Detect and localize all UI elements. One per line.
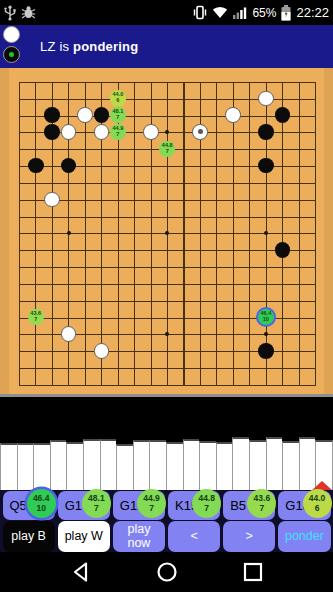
- candidate-label-G17[interactable]: 48.17: [110, 107, 126, 123]
- app-screen: 65% 22:22 LZ is pondering 46.41048.1744.…: [0, 0, 333, 592]
- white-stone-F16[interactable]: [94, 124, 110, 140]
- winrate-bar-13[interactable]: [199, 441, 216, 490]
- recents-button[interactable]: [242, 561, 264, 583]
- winrate-bar-8[interactable]: [116, 444, 133, 491]
- winrate-bar-4[interactable]: [50, 440, 67, 490]
- candidate-value: 6: [116, 98, 119, 104]
- winrate-bar-11[interactable]: [166, 442, 183, 490]
- move-button-stats: 44.06: [303, 489, 332, 518]
- black-stone-indicator-active: [3, 46, 20, 63]
- candidate-label-G18[interactable]: 44.06: [110, 90, 126, 106]
- control-buttons: play B play W play now < > ponder: [0, 520, 333, 552]
- candidate-value: 7: [116, 132, 119, 138]
- candidate-label-B5[interactable]: 43.67: [28, 309, 44, 325]
- stat-value: 7: [204, 504, 209, 513]
- move-button-Q5[interactable]: Q546.410: [3, 491, 55, 520]
- white-stone-D4[interactable]: [61, 326, 77, 342]
- signal-icon: [233, 6, 247, 19]
- black-stone-F17[interactable]: [94, 107, 110, 123]
- move-button-stats: 46.410: [27, 489, 56, 518]
- candidate-move-buttons: Q546.410G1748.17G1644.97K1544.87B543.67G…: [0, 490, 333, 520]
- move-button-B5[interactable]: B543.67: [223, 491, 275, 520]
- candidate-label-K15[interactable]: 44.87: [159, 141, 175, 157]
- candidate-value: 7: [116, 115, 119, 121]
- candidate-value: 10: [263, 317, 269, 323]
- white-stone-C12[interactable]: [44, 192, 60, 208]
- ponder-button[interactable]: ponder: [278, 521, 330, 552]
- winrate-bar-6[interactable]: [83, 439, 100, 490]
- back-button[interactable]: [70, 561, 92, 583]
- white-stone-J16[interactable]: [143, 124, 159, 140]
- stat-value: 7: [94, 504, 99, 513]
- black-stone-R17[interactable]: [275, 107, 291, 123]
- black-stone-D14[interactable]: [61, 158, 77, 174]
- prev-move-button[interactable]: <: [168, 521, 220, 552]
- black-stone-B14[interactable]: [28, 158, 44, 174]
- winrate-bar-16[interactable]: [249, 440, 266, 490]
- stat-value: 7: [149, 504, 154, 513]
- black-stone-C16[interactable]: [44, 124, 60, 140]
- move-button-coord: Q5: [10, 498, 27, 513]
- winrate-bar-3[interactable]: [33, 443, 50, 490]
- turn-indicator: [2, 13, 24, 61]
- move-button-coord: B5: [230, 498, 246, 513]
- black-stone-Q14[interactable]: [258, 158, 274, 174]
- white-stone-indicator: [3, 26, 20, 43]
- android-nav-bar: [0, 552, 333, 592]
- board-grid: 46.41048.1744.9744.8743.6744.06: [11, 73, 323, 393]
- status-message: LZ is pondering: [40, 39, 138, 54]
- play-black-button[interactable]: play B: [3, 521, 55, 552]
- black-stone-R9[interactable]: [275, 242, 291, 258]
- move-button-G17[interactable]: G1748.17: [58, 491, 110, 520]
- status-bar: 65% 22:22: [0, 0, 333, 25]
- winrate-bar-1[interactable]: [0, 443, 17, 490]
- vibrate-icon: [193, 5, 207, 20]
- white-stone-D16[interactable]: [61, 124, 77, 140]
- stat-value: 10: [36, 504, 45, 513]
- candidate-value: 7: [34, 317, 37, 323]
- move-button-stats: 44.87: [192, 489, 221, 518]
- move-button-G18[interactable]: G1844.06: [278, 491, 330, 520]
- clock: 22:22: [296, 5, 329, 20]
- candidate-value: 7: [166, 149, 169, 155]
- winrate-bar-12[interactable]: [183, 439, 200, 490]
- black-stone-Q3[interactable]: [258, 343, 274, 359]
- move-button-G16[interactable]: G1644.97: [113, 491, 165, 520]
- home-button[interactable]: [156, 561, 178, 583]
- battery-percent: 65%: [252, 6, 276, 20]
- move-button-stats: 48.17: [82, 489, 111, 518]
- winrate-bar-18[interactable]: [282, 441, 299, 490]
- move-button-stats: 44.97: [137, 489, 166, 518]
- white-stone-E17[interactable]: [77, 107, 93, 123]
- move-button-stats: 43.67: [247, 489, 276, 518]
- winrate-bar-9[interactable]: [133, 440, 150, 490]
- winrate-bar-10[interactable]: [149, 440, 166, 490]
- winrate-bar-17[interactable]: [266, 437, 283, 490]
- play-white-button[interactable]: play W: [58, 521, 110, 552]
- next-move-button[interactable]: >: [223, 521, 275, 552]
- go-board[interactable]: 46.41048.1744.9744.8743.6744.06: [0, 68, 333, 397]
- wifi-icon: [212, 6, 228, 19]
- move-button-K15[interactable]: K1544.87: [168, 491, 220, 520]
- white-stone-O17[interactable]: [225, 107, 241, 123]
- play-now-button[interactable]: play now: [113, 521, 165, 552]
- white-stone-Q18[interactable]: [258, 91, 274, 107]
- title-bar: LZ is pondering: [0, 25, 333, 68]
- winrate-bar-15[interactable]: [232, 437, 249, 490]
- winrate-bar-2[interactable]: [17, 443, 34, 490]
- stat-value: 6: [315, 504, 320, 513]
- stat-value: 7: [259, 504, 264, 513]
- winrate-bar-5[interactable]: [66, 442, 83, 490]
- active-turn-dot: [9, 52, 14, 57]
- black-stone-C17[interactable]: [44, 107, 60, 123]
- candidate-label-G16[interactable]: 44.97: [110, 124, 126, 140]
- candidate-label-Q5[interactable]: 46.410: [258, 309, 274, 325]
- black-stone-Q16[interactable]: [258, 124, 274, 140]
- winrate-bar-7[interactable]: [100, 439, 117, 490]
- white-stone-F3[interactable]: [94, 343, 110, 359]
- winrate-bar-14[interactable]: [216, 442, 233, 490]
- battery-icon: [281, 5, 291, 21]
- winrate-histogram[interactable]: [0, 397, 333, 490]
